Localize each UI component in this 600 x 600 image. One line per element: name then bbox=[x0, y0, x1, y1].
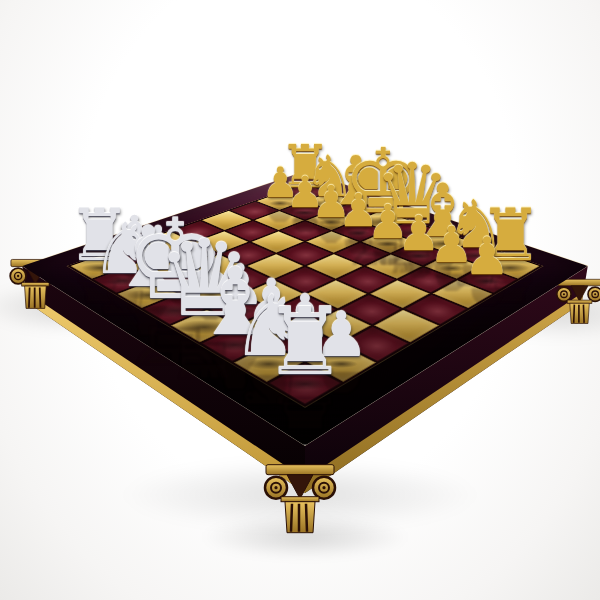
chess-set-scene: ♜♜♞♞♝♝♚♚♛♛♝♝♞♞♜♜♟♟♟♟♟♟♟♟♟♟♟♟♟♟♟♟♟♟♟♟♟♟♟♟… bbox=[0, 0, 600, 600]
ionic-foot bbox=[557, 279, 600, 323]
ionic-foot bbox=[265, 465, 335, 533]
